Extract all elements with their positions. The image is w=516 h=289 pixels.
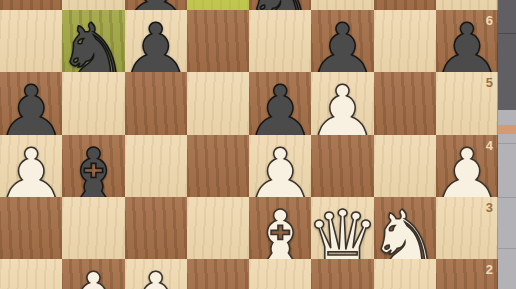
square-c4[interactable]	[125, 135, 187, 197]
square-d6[interactable]	[187, 10, 249, 72]
square-e6[interactable]	[249, 10, 311, 72]
scrollbar-thumb[interactable]	[498, 0, 516, 110]
square-a5[interactable]: ♟	[0, 72, 62, 134]
square-a7[interactable]	[0, 0, 62, 10]
square-h3[interactable]: 3	[436, 197, 498, 259]
square-b6[interactable]: ♞	[62, 10, 124, 72]
square-h5[interactable]: 5	[436, 72, 498, 134]
square-h6[interactable]: ♟6	[436, 10, 498, 72]
rank-label-5: 5	[486, 76, 493, 89]
square-a3[interactable]	[0, 197, 62, 259]
rank-label-6: 6	[486, 14, 493, 27]
square-c2[interactable]: ♟	[125, 259, 187, 289]
square-a6[interactable]	[0, 10, 62, 72]
square-a4[interactable]: ♟	[0, 135, 62, 197]
scrollbar[interactable]	[497, 0, 516, 289]
square-f2[interactable]	[311, 259, 373, 289]
square-g5[interactable]	[374, 72, 436, 134]
square-d7[interactable]	[187, 0, 249, 10]
square-e3[interactable]: ♝	[249, 197, 311, 259]
square-b5[interactable]	[62, 72, 124, 134]
square-f7[interactable]	[311, 0, 373, 10]
scrollbar-orange-marker	[498, 125, 516, 134]
square-e4[interactable]: ♟	[249, 135, 311, 197]
square-g7[interactable]	[374, 0, 436, 10]
square-c7[interactable]: ♟	[125, 0, 187, 10]
square-d5[interactable]	[187, 72, 249, 134]
square-c5[interactable]	[125, 72, 187, 134]
square-c3[interactable]	[125, 197, 187, 259]
square-b4[interactable]: ♝	[62, 135, 124, 197]
square-f5[interactable]: ♟	[311, 72, 373, 134]
scrollbar-thumb-seam	[498, 33, 516, 34]
square-a2[interactable]	[0, 259, 62, 289]
square-b2[interactable]: ♟	[62, 259, 124, 289]
square-h7[interactable]	[436, 0, 498, 10]
square-d2[interactable]	[187, 259, 249, 289]
scrollbar-seam	[498, 248, 516, 249]
square-g4[interactable]	[374, 135, 436, 197]
square-e5[interactable]: ♟	[249, 72, 311, 134]
square-g6[interactable]	[374, 10, 436, 72]
square-e2[interactable]	[249, 259, 311, 289]
square-f4[interactable]	[311, 135, 373, 197]
square-d4[interactable]	[187, 135, 249, 197]
square-g2[interactable]	[374, 259, 436, 289]
chess-app-viewport: ♜♝♛♚♜♟♞♞♟♟♟6♟♟♟5♟♝♟♟4♝♛♞3♟♟2♜♚♝♜	[0, 0, 516, 289]
chess-board[interactable]: ♜♝♛♚♜♟♞♞♟♟♟6♟♟♟5♟♝♟♟4♝♛♞3♟♟2♜♚♝♜	[0, 0, 498, 289]
square-f3[interactable]: ♛	[311, 197, 373, 259]
rank-label-3: 3	[486, 201, 493, 214]
scrollbar-seam	[498, 197, 516, 198]
scrollbar-seam	[498, 143, 516, 144]
square-b3[interactable]	[62, 197, 124, 259]
piece-white-pawn-b2: ♟	[62, 272, 124, 289]
square-g3[interactable]: ♞	[374, 197, 436, 259]
square-h4[interactable]: ♟4	[436, 135, 498, 197]
square-b7[interactable]	[62, 0, 124, 10]
rank-label-4: 4	[486, 139, 493, 152]
square-e7[interactable]: ♞	[249, 0, 311, 10]
rank-label-2: 2	[486, 263, 493, 276]
square-d3[interactable]	[187, 197, 249, 259]
square-h2[interactable]: 2	[436, 259, 498, 289]
piece-white-pawn-c2: ♟	[125, 272, 187, 289]
square-c6[interactable]: ♟	[125, 10, 187, 72]
square-f6[interactable]: ♟	[311, 10, 373, 72]
